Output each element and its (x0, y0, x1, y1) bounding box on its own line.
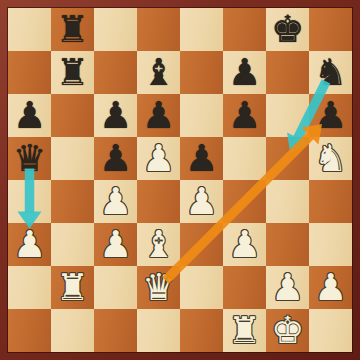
square-h6[interactable]: ♟ (309, 94, 352, 137)
white-knight-piece[interactable]: ♞ (309, 137, 352, 180)
chess-board-frame: ♜♚♜♝♟♞♟♟♟♟♟♛♟♟♟♞♟♟♟♟♝♟♜♛♟♟♜♚ (0, 0, 360, 360)
square-e8[interactable] (180, 8, 223, 51)
square-f2[interactable] (223, 266, 266, 309)
square-h2[interactable]: ♟ (309, 266, 352, 309)
square-c4[interactable]: ♟ (94, 180, 137, 223)
square-g1[interactable]: ♚ (266, 309, 309, 352)
square-b2[interactable]: ♜ (51, 266, 94, 309)
square-c6[interactable]: ♟ (94, 94, 137, 137)
square-e4[interactable]: ♟ (180, 180, 223, 223)
black-pawn-piece[interactable]: ♟ (180, 137, 223, 180)
black-king-piece[interactable]: ♚ (266, 8, 309, 51)
square-c2[interactable] (94, 266, 137, 309)
square-b4[interactable] (51, 180, 94, 223)
white-queen-piece[interactable]: ♛ (137, 266, 180, 309)
black-pawn-piece[interactable]: ♟ (309, 94, 352, 137)
square-d8[interactable] (137, 8, 180, 51)
square-h1[interactable] (309, 309, 352, 352)
square-e6[interactable] (180, 94, 223, 137)
square-b7[interactable]: ♜ (51, 51, 94, 94)
black-pawn-piece[interactable]: ♟ (94, 94, 137, 137)
black-pawn-piece[interactable]: ♟ (8, 94, 51, 137)
square-a7[interactable] (8, 51, 51, 94)
square-f1[interactable]: ♜ (223, 309, 266, 352)
square-g8[interactable]: ♚ (266, 8, 309, 51)
square-a8[interactable] (8, 8, 51, 51)
square-a4[interactable] (8, 180, 51, 223)
square-a6[interactable]: ♟ (8, 94, 51, 137)
black-pawn-piece[interactable]: ♟ (223, 94, 266, 137)
square-a1[interactable] (8, 309, 51, 352)
white-pawn-piece[interactable]: ♟ (94, 180, 137, 223)
square-d6[interactable]: ♟ (137, 94, 180, 137)
square-f3[interactable]: ♟ (223, 223, 266, 266)
square-g6[interactable] (266, 94, 309, 137)
white-pawn-piece[interactable]: ♟ (309, 266, 352, 309)
square-g5[interactable] (266, 137, 309, 180)
square-c3[interactable]: ♟ (94, 223, 137, 266)
black-pawn-piece[interactable]: ♟ (94, 137, 137, 180)
square-h8[interactable] (309, 8, 352, 51)
square-d7[interactable]: ♝ (137, 51, 180, 94)
square-g2[interactable]: ♟ (266, 266, 309, 309)
white-rook-piece[interactable]: ♜ (51, 266, 94, 309)
square-g4[interactable] (266, 180, 309, 223)
square-e7[interactable] (180, 51, 223, 94)
square-d5[interactable]: ♟ (137, 137, 180, 180)
square-c5[interactable]: ♟ (94, 137, 137, 180)
square-f6[interactable]: ♟ (223, 94, 266, 137)
white-pawn-piece[interactable]: ♟ (266, 266, 309, 309)
white-pawn-piece[interactable]: ♟ (180, 180, 223, 223)
white-king-piece[interactable]: ♚ (266, 309, 309, 352)
white-rook-piece[interactable]: ♜ (223, 309, 266, 352)
square-b8[interactable]: ♜ (51, 8, 94, 51)
black-rook-piece[interactable]: ♜ (51, 8, 94, 51)
white-pawn-piece[interactable]: ♟ (94, 223, 137, 266)
square-h4[interactable] (309, 180, 352, 223)
square-d3[interactable]: ♝ (137, 223, 180, 266)
chess-board[interactable]: ♜♚♜♝♟♞♟♟♟♟♟♛♟♟♟♞♟♟♟♟♝♟♜♛♟♟♜♚ (8, 8, 352, 352)
square-e2[interactable] (180, 266, 223, 309)
black-queen-piece[interactable]: ♛ (8, 137, 51, 180)
square-b6[interactable] (51, 94, 94, 137)
black-pawn-piece[interactable]: ♟ (223, 51, 266, 94)
square-d1[interactable] (137, 309, 180, 352)
square-c1[interactable] (94, 309, 137, 352)
square-d2[interactable]: ♛ (137, 266, 180, 309)
square-e3[interactable] (180, 223, 223, 266)
square-f4[interactable] (223, 180, 266, 223)
square-c7[interactable] (94, 51, 137, 94)
square-a3[interactable]: ♟ (8, 223, 51, 266)
square-e1[interactable] (180, 309, 223, 352)
square-h5[interactable]: ♞ (309, 137, 352, 180)
black-pawn-piece[interactable]: ♟ (137, 94, 180, 137)
square-e5[interactable]: ♟ (180, 137, 223, 180)
square-f8[interactable] (223, 8, 266, 51)
square-f5[interactable] (223, 137, 266, 180)
black-bishop-piece[interactable]: ♝ (137, 51, 180, 94)
square-c8[interactable] (94, 8, 137, 51)
white-pawn-piece[interactable]: ♟ (8, 223, 51, 266)
square-g7[interactable] (266, 51, 309, 94)
square-h3[interactable] (309, 223, 352, 266)
square-a5[interactable]: ♛ (8, 137, 51, 180)
white-pawn-piece[interactable]: ♟ (137, 137, 180, 180)
square-b5[interactable] (51, 137, 94, 180)
square-g3[interactable] (266, 223, 309, 266)
square-f7[interactable]: ♟ (223, 51, 266, 94)
square-d4[interactable] (137, 180, 180, 223)
black-knight-piece[interactable]: ♞ (309, 51, 352, 94)
square-b1[interactable] (51, 309, 94, 352)
square-b3[interactable] (51, 223, 94, 266)
black-rook-piece[interactable]: ♜ (51, 51, 94, 94)
square-h7[interactable]: ♞ (309, 51, 352, 94)
white-pawn-piece[interactable]: ♟ (223, 223, 266, 266)
square-a2[interactable] (8, 266, 51, 309)
white-bishop-piece[interactable]: ♝ (137, 223, 180, 266)
